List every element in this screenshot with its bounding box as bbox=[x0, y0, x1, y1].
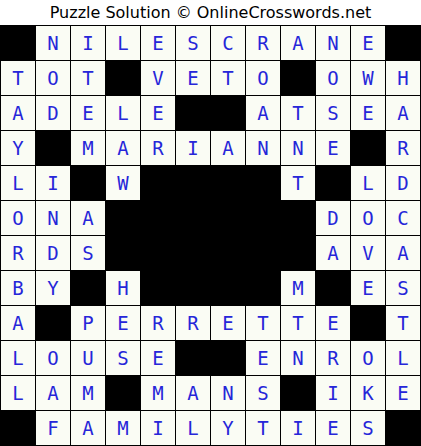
black-cell-r11c4 bbox=[106, 376, 140, 410]
letter-cell-r5c9: T bbox=[281, 166, 315, 200]
letter-cell-r5c2: I bbox=[36, 166, 70, 200]
crossword-solution-page: Puzzle Solution © OnlineCrosswords.net N… bbox=[0, 0, 421, 446]
letter-cell-r7c3: S bbox=[71, 236, 105, 270]
letter-cell-r2c10: O bbox=[316, 61, 350, 95]
letter-cell-r9c12: T bbox=[386, 306, 420, 340]
letter-cell-r4c3: M bbox=[71, 131, 105, 165]
letter-cell-r12c10: E bbox=[316, 411, 350, 445]
letter-cell-r10c4: S bbox=[106, 341, 140, 375]
letter-cell-r11c7: N bbox=[211, 376, 245, 410]
letter-cell-r12c8: T bbox=[246, 411, 280, 445]
black-cell-r7c7 bbox=[211, 236, 245, 270]
black-cell-r8c5 bbox=[141, 271, 175, 305]
letter-cell-r7c12: A bbox=[386, 236, 420, 270]
letter-cell-r4c10: E bbox=[316, 131, 350, 165]
letter-cell-r9c1: A bbox=[1, 306, 35, 340]
black-cell-r7c9 bbox=[281, 236, 315, 270]
letter-cell-r4c4: A bbox=[106, 131, 140, 165]
letter-cell-r12c7: Y bbox=[211, 411, 245, 445]
letter-cell-r10c2: O bbox=[36, 341, 70, 375]
letter-cell-r4c8: N bbox=[246, 131, 280, 165]
black-cell-r5c5 bbox=[141, 166, 175, 200]
black-cell-r7c4 bbox=[106, 236, 140, 270]
letter-cell-r12c11: S bbox=[351, 411, 385, 445]
letter-cell-r2c7: T bbox=[211, 61, 245, 95]
letter-cell-r3c5: E bbox=[141, 96, 175, 130]
letter-cell-r1c2: N bbox=[36, 26, 70, 60]
letter-cell-r9c3: P bbox=[71, 306, 105, 340]
black-cell-r2c4 bbox=[106, 61, 140, 95]
letter-cell-r12c3: A bbox=[71, 411, 105, 445]
black-cell-r8c6 bbox=[176, 271, 210, 305]
letter-cell-r6c10: D bbox=[316, 201, 350, 235]
letter-cell-r10c12: L bbox=[386, 341, 420, 375]
letter-cell-r9c5: R bbox=[141, 306, 175, 340]
black-cell-r6c4 bbox=[106, 201, 140, 235]
letter-cell-r8c12: S bbox=[386, 271, 420, 305]
letter-cell-r5c12: D bbox=[386, 166, 420, 200]
letter-cell-r3c10: S bbox=[316, 96, 350, 130]
letter-cell-r6c11: O bbox=[351, 201, 385, 235]
crossword-grid: NILESCRANETOTVETOOWHADELEATSEAYMARIANNER… bbox=[0, 25, 421, 446]
letter-cell-r11c8: S bbox=[246, 376, 280, 410]
letter-cell-r9c10: E bbox=[316, 306, 350, 340]
letter-cell-r3c8: A bbox=[246, 96, 280, 130]
black-cell-r4c11 bbox=[351, 131, 385, 165]
letter-cell-r11c1: L bbox=[1, 376, 35, 410]
letter-cell-r1c3: I bbox=[71, 26, 105, 60]
letter-cell-r4c1: Y bbox=[1, 131, 35, 165]
letter-cell-r7c2: D bbox=[36, 236, 70, 270]
black-cell-r8c10 bbox=[316, 271, 350, 305]
black-cell-r3c6 bbox=[176, 96, 210, 130]
letter-cell-r7c1: R bbox=[1, 236, 35, 270]
black-cell-r5c8 bbox=[246, 166, 280, 200]
letter-cell-r1c4: L bbox=[106, 26, 140, 60]
black-cell-r6c9 bbox=[281, 201, 315, 235]
black-cell-r3c7 bbox=[211, 96, 245, 130]
letter-cell-r10c5: E bbox=[141, 341, 175, 375]
black-cell-r12c12 bbox=[386, 411, 420, 445]
letter-cell-r7c10: A bbox=[316, 236, 350, 270]
black-cell-r5c10 bbox=[316, 166, 350, 200]
letter-cell-r1c8: R bbox=[246, 26, 280, 60]
black-cell-r8c8 bbox=[246, 271, 280, 305]
letter-cell-r11c6: A bbox=[176, 376, 210, 410]
letter-cell-r3c3: E bbox=[71, 96, 105, 130]
letter-cell-r4c6: I bbox=[176, 131, 210, 165]
letter-cell-r2c2: O bbox=[36, 61, 70, 95]
black-cell-r5c6 bbox=[176, 166, 210, 200]
black-cell-r5c7 bbox=[211, 166, 245, 200]
letter-cell-r1c9: A bbox=[281, 26, 315, 60]
letter-cell-r9c8: T bbox=[246, 306, 280, 340]
letter-cell-r9c6: R bbox=[176, 306, 210, 340]
black-cell-r4c2 bbox=[36, 131, 70, 165]
letter-cell-r3c12: A bbox=[386, 96, 420, 130]
letter-cell-r3c11: E bbox=[351, 96, 385, 130]
letter-cell-r9c7: E bbox=[211, 306, 245, 340]
letter-cell-r1c11: E bbox=[351, 26, 385, 60]
letter-cell-r3c9: T bbox=[281, 96, 315, 130]
letter-cell-r2c6: E bbox=[176, 61, 210, 95]
letter-cell-r2c3: T bbox=[71, 61, 105, 95]
letter-cell-r10c8: E bbox=[246, 341, 280, 375]
letter-cell-r11c3: M bbox=[71, 376, 105, 410]
letter-cell-r5c11: L bbox=[351, 166, 385, 200]
letter-cell-r1c7: C bbox=[211, 26, 245, 60]
letter-cell-r6c2: N bbox=[36, 201, 70, 235]
letter-cell-r3c2: D bbox=[36, 96, 70, 130]
black-cell-r10c7 bbox=[211, 341, 245, 375]
letter-cell-r9c9: T bbox=[281, 306, 315, 340]
letter-cell-r4c7: A bbox=[211, 131, 245, 165]
black-cell-r5c3 bbox=[71, 166, 105, 200]
letter-cell-r1c5: E bbox=[141, 26, 175, 60]
letter-cell-r11c2: A bbox=[36, 376, 70, 410]
letter-cell-r5c1: L bbox=[1, 166, 35, 200]
letter-cell-r12c9: I bbox=[281, 411, 315, 445]
letter-cell-r8c9: M bbox=[281, 271, 315, 305]
letter-cell-r8c11: E bbox=[351, 271, 385, 305]
black-cell-r1c1 bbox=[1, 26, 35, 60]
black-cell-r10c6 bbox=[176, 341, 210, 375]
letter-cell-r8c1: B bbox=[1, 271, 35, 305]
letter-cell-r7c11: V bbox=[351, 236, 385, 270]
black-cell-r6c8 bbox=[246, 201, 280, 235]
letter-cell-r8c4: H bbox=[106, 271, 140, 305]
black-cell-r8c3 bbox=[71, 271, 105, 305]
letter-cell-r4c5: R bbox=[141, 131, 175, 165]
letter-cell-r10c1: L bbox=[1, 341, 35, 375]
black-cell-r9c11 bbox=[351, 306, 385, 340]
letter-cell-r1c10: N bbox=[316, 26, 350, 60]
black-cell-r6c6 bbox=[176, 201, 210, 235]
black-cell-r11c9 bbox=[281, 376, 315, 410]
letter-cell-r12c6: L bbox=[176, 411, 210, 445]
letter-cell-r10c10: R bbox=[316, 341, 350, 375]
black-cell-r7c5 bbox=[141, 236, 175, 270]
letter-cell-r6c1: O bbox=[1, 201, 35, 235]
black-cell-r2c9 bbox=[281, 61, 315, 95]
letter-cell-r11c10: I bbox=[316, 376, 350, 410]
letter-cell-r12c2: F bbox=[36, 411, 70, 445]
letter-cell-r12c5: I bbox=[141, 411, 175, 445]
black-cell-r7c6 bbox=[176, 236, 210, 270]
letter-cell-r11c12: E bbox=[386, 376, 420, 410]
letter-cell-r2c8: O bbox=[246, 61, 280, 95]
letter-cell-r11c11: K bbox=[351, 376, 385, 410]
letter-cell-r3c4: L bbox=[106, 96, 140, 130]
letter-cell-r3c1: A bbox=[1, 96, 35, 130]
letter-cell-r11c5: M bbox=[141, 376, 175, 410]
letter-cell-r2c1: T bbox=[1, 61, 35, 95]
letter-cell-r6c3: A bbox=[71, 201, 105, 235]
letter-cell-r1c6: S bbox=[176, 26, 210, 60]
black-cell-r12c1 bbox=[1, 411, 35, 445]
letter-cell-r2c12: H bbox=[386, 61, 420, 95]
letter-cell-r8c2: Y bbox=[36, 271, 70, 305]
letter-cell-r2c11: W bbox=[351, 61, 385, 95]
black-cell-r8c7 bbox=[211, 271, 245, 305]
black-cell-r7c8 bbox=[246, 236, 280, 270]
black-cell-r1c12 bbox=[386, 26, 420, 60]
letter-cell-r4c9: N bbox=[281, 131, 315, 165]
letter-cell-r2c5: V bbox=[141, 61, 175, 95]
letter-cell-r5c4: W bbox=[106, 166, 140, 200]
letter-cell-r10c11: O bbox=[351, 341, 385, 375]
letter-cell-r10c9: N bbox=[281, 341, 315, 375]
letter-cell-r6c12: C bbox=[386, 201, 420, 235]
letter-cell-r4c12: R bbox=[386, 131, 420, 165]
letter-cell-r10c3: U bbox=[71, 341, 105, 375]
black-cell-r6c7 bbox=[211, 201, 245, 235]
black-cell-r9c2 bbox=[36, 306, 70, 340]
letter-cell-r12c4: M bbox=[106, 411, 140, 445]
black-cell-r6c5 bbox=[141, 201, 175, 235]
letter-cell-r9c4: E bbox=[106, 306, 140, 340]
page-title: Puzzle Solution © OnlineCrosswords.net bbox=[0, 0, 421, 25]
